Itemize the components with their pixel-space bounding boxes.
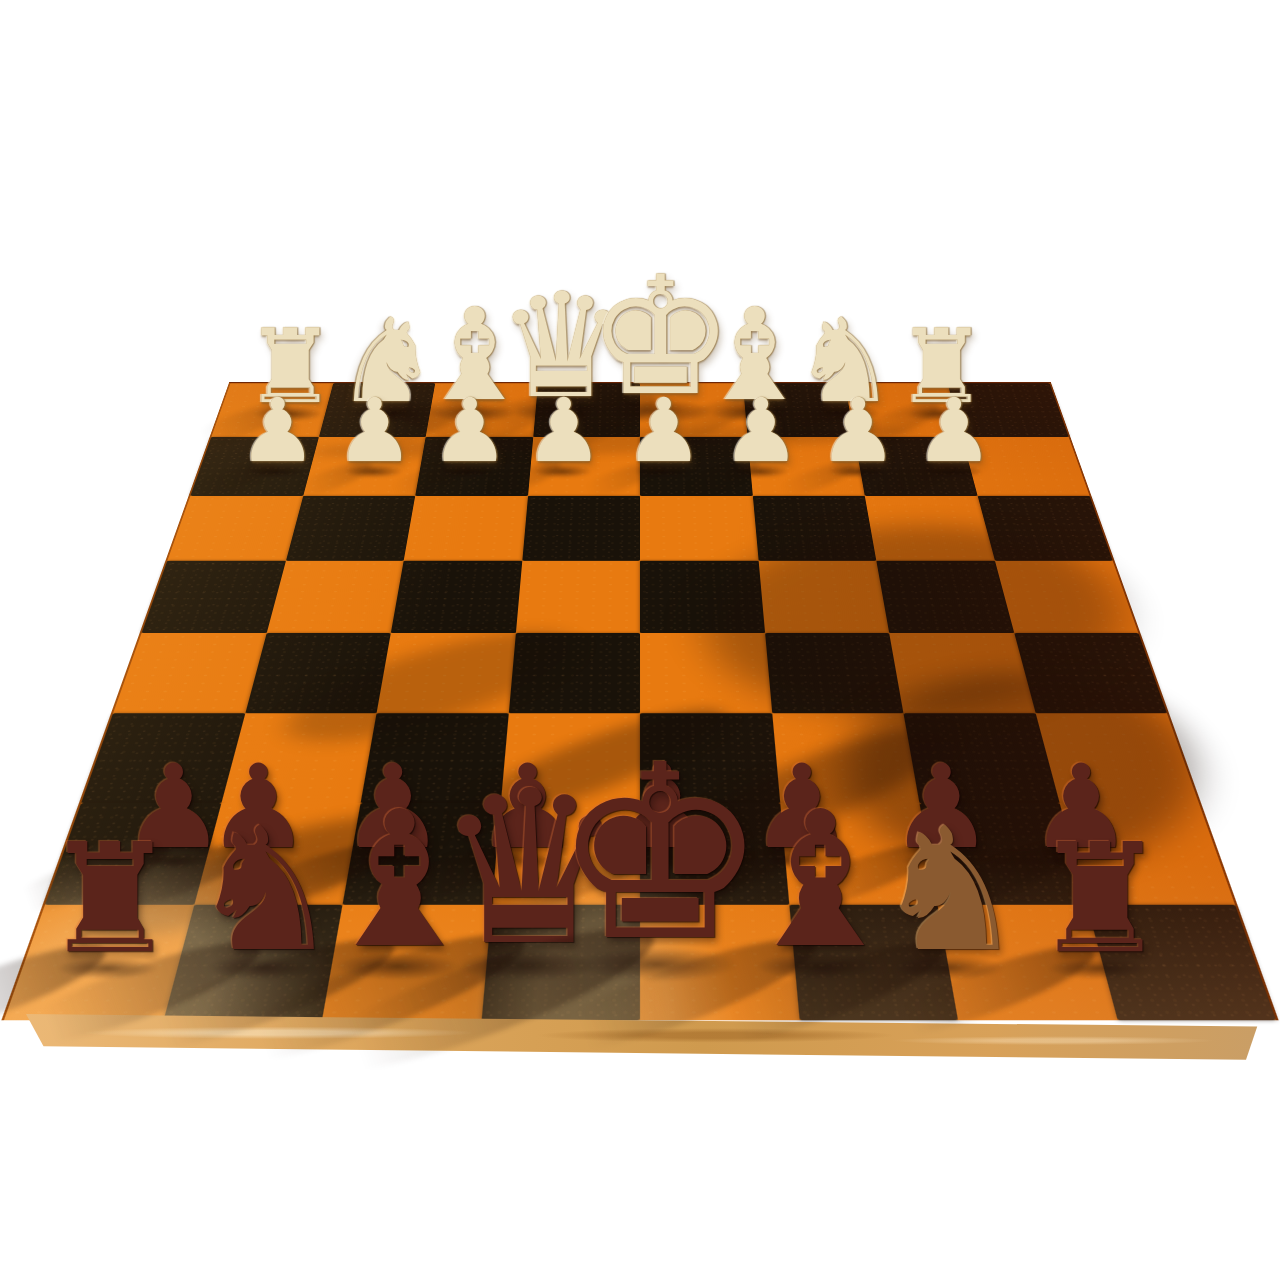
pawn-glyph: ♟ <box>915 387 994 475</box>
rook-glyph: ♜ <box>42 825 177 976</box>
piece-light-pawn-b2[interactable]: ♟ <box>819 387 898 475</box>
pawn-glyph: ♟ <box>430 387 509 475</box>
rook-glyph: ♜ <box>1033 825 1168 976</box>
pawn-glyph: ♟ <box>722 387 801 475</box>
pawn-glyph: ♟ <box>625 387 704 475</box>
piece-light-pawn-a2[interactable]: ♟ <box>915 387 994 475</box>
piece-light-pawn-c2[interactable]: ♟ <box>722 387 801 475</box>
pawn-glyph: ♟ <box>524 387 603 475</box>
piece-light-pawn-e2[interactable]: ♟ <box>524 387 603 475</box>
product-photo-stage: ♜♞♝♛♚♝♞♜♟♟♟♟♟♟♟♟♟♟♟♟♟♟♟♟♜♞♝♛♚♝♞♜ <box>0 0 1280 1280</box>
piece-light-pawn-h2[interactable]: ♟ <box>238 387 317 475</box>
pawn-glyph: ♟ <box>335 387 414 475</box>
piece-dark-knight-b8[interactable]: ♞ <box>873 805 1026 975</box>
knight-glyph: ♞ <box>873 805 1026 975</box>
pieces-layer: ♜♞♝♛♚♝♞♜♟♟♟♟♟♟♟♟♟♟♟♟♟♟♟♟♜♞♝♛♚♝♞♜ <box>0 0 1280 1280</box>
pawn-glyph: ♟ <box>819 387 898 475</box>
piece-light-pawn-d2[interactable]: ♟ <box>625 387 704 475</box>
piece-dark-rook-a8[interactable]: ♜ <box>1033 825 1168 976</box>
piece-light-pawn-f2[interactable]: ♟ <box>430 387 509 475</box>
piece-dark-rook-h8[interactable]: ♜ <box>42 825 177 976</box>
pawn-glyph: ♟ <box>238 387 317 475</box>
piece-light-pawn-g2[interactable]: ♟ <box>335 387 414 475</box>
